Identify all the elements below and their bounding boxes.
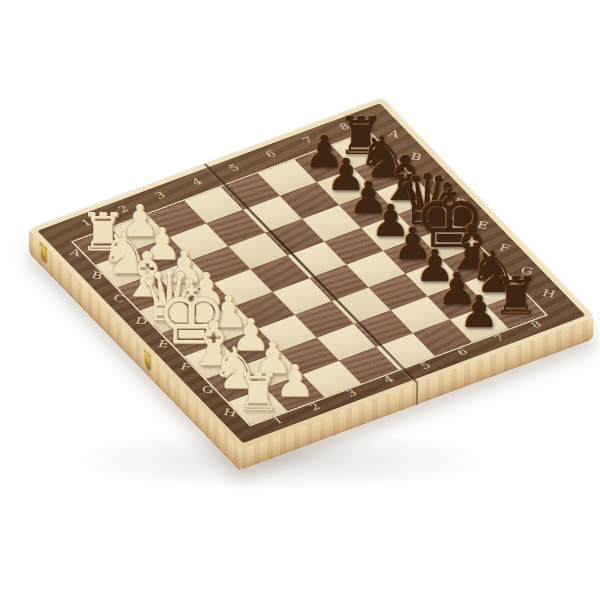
chess-set-photo: ♜♞♝♛♚♝♞♜♟♟♟♟♟♟♟♟♟♟♟♟♟♟♟♟♜♞♝♛♚♝♞♜ AABBCCD… xyxy=(0,0,600,600)
square-h1[interactable]: ♜ xyxy=(228,388,287,425)
piece-black-pawn[interactable]: ♟ xyxy=(459,290,498,334)
fold-seam-side xyxy=(416,382,418,405)
board-frame: ♜♞♝♛♚♝♞♜♟♟♟♟♟♟♟♟♟♟♟♟♟♟♟♟♜♞♝♛♚♝♞♜ AABBCCD… xyxy=(29,98,594,449)
piece-white-rook[interactable]: ♜ xyxy=(235,366,282,418)
piece-black-rook[interactable]: ♜ xyxy=(493,270,540,322)
chess-board: ♜♞♝♛♚♝♞♜♟♟♟♟♟♟♟♟♟♟♟♟♟♟♟♟♜♞♝♛♚♝♞♜ AABBCCD… xyxy=(29,98,594,449)
